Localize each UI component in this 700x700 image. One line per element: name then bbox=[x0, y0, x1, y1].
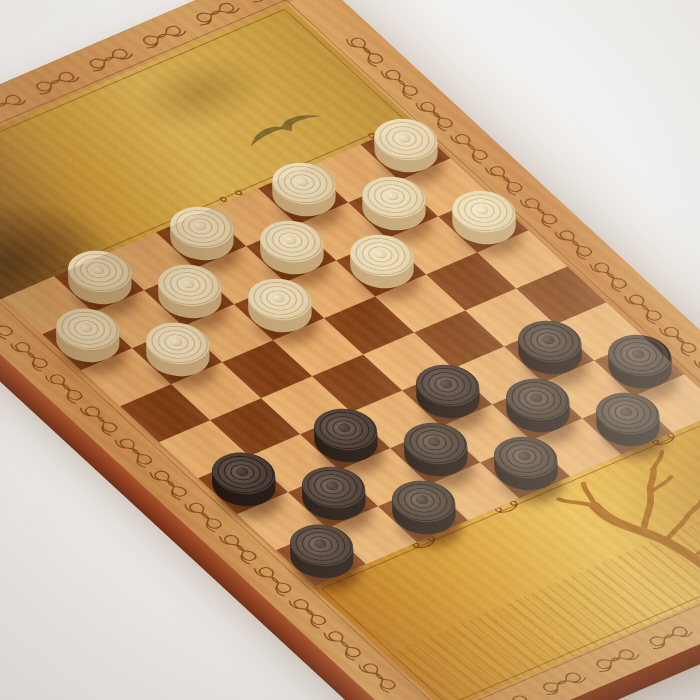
knot-ornament-icon bbox=[640, 620, 698, 653]
knot-ornament-icon bbox=[533, 666, 591, 699]
wooden-board-box bbox=[0, 0, 700, 700]
knot-ornament-icon bbox=[586, 643, 644, 676]
photo-background bbox=[0, 0, 700, 700]
